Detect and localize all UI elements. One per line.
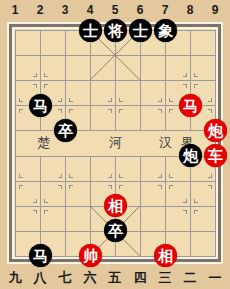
point-marker xyxy=(108,174,112,178)
file-label-top: 1 xyxy=(8,3,22,17)
point-marker xyxy=(208,174,212,178)
piece-black-horse[interactable]: 马 xyxy=(29,244,52,267)
point-marker xyxy=(169,185,173,189)
point-marker xyxy=(208,185,212,189)
point-marker xyxy=(44,210,48,214)
point-marker xyxy=(58,174,62,178)
point-marker xyxy=(69,185,73,189)
piece-black-advisor[interactable]: 士 xyxy=(129,19,152,42)
point-marker xyxy=(158,98,162,102)
rank-label-bottom: 四 xyxy=(131,270,149,285)
point-marker xyxy=(194,84,198,88)
point-marker xyxy=(183,73,187,77)
grid-line xyxy=(165,156,166,257)
piece-black-horse[interactable]: 马 xyxy=(29,94,52,117)
point-marker xyxy=(158,109,162,113)
grid-line xyxy=(165,30,166,131)
piece-red-chariot[interactable]: 车 xyxy=(204,144,227,167)
point-marker xyxy=(44,199,48,203)
point-marker xyxy=(69,98,73,102)
file-label-top: 2 xyxy=(33,3,47,17)
point-marker xyxy=(169,174,173,178)
point-marker xyxy=(119,98,123,102)
rank-label-bottom: 五 xyxy=(106,270,124,285)
file-label-top: 3 xyxy=(58,3,72,17)
point-marker xyxy=(69,109,73,113)
point-marker xyxy=(58,98,62,102)
file-label-top: 7 xyxy=(158,3,172,17)
rank-label-bottom: 九 xyxy=(6,270,24,285)
piece-black-cannon[interactable]: 炮 xyxy=(179,144,202,167)
point-marker xyxy=(58,109,62,113)
file-label-top: 9 xyxy=(208,3,222,17)
river-text-char: 楚 xyxy=(36,136,51,150)
point-marker xyxy=(208,98,212,102)
point-marker xyxy=(194,73,198,77)
point-marker xyxy=(19,98,23,102)
rank-label-bottom: 六 xyxy=(81,270,99,285)
point-marker xyxy=(33,199,37,203)
grid-line xyxy=(140,156,141,257)
grid-line xyxy=(65,156,66,257)
point-marker xyxy=(19,109,23,113)
rank-label-bottom: 一 xyxy=(206,270,224,285)
grid-line xyxy=(15,30,16,257)
point-marker xyxy=(108,185,112,189)
piece-red-elephant[interactable]: 相 xyxy=(104,194,127,217)
piece-red-elephant[interactable]: 相 xyxy=(154,244,177,267)
point-marker xyxy=(158,174,162,178)
point-marker xyxy=(158,185,162,189)
point-marker xyxy=(19,174,23,178)
point-marker xyxy=(58,185,62,189)
piece-black-general[interactable]: 将 xyxy=(104,19,127,42)
grid-line xyxy=(65,30,66,131)
file-label-top: 5 xyxy=(108,3,122,17)
point-marker xyxy=(19,185,23,189)
point-marker xyxy=(169,109,173,113)
point-marker xyxy=(44,84,48,88)
file-label-top: 8 xyxy=(183,3,197,17)
point-marker xyxy=(108,109,112,113)
rank-label-bottom: 二 xyxy=(181,270,199,285)
rank-label-bottom: 七 xyxy=(56,270,74,285)
piece-red-general[interactable]: 帅 xyxy=(79,244,102,267)
point-marker xyxy=(44,73,48,77)
point-marker xyxy=(33,84,37,88)
file-label-top: 6 xyxy=(133,3,147,17)
grid-line xyxy=(140,30,141,131)
piece-black-advisor[interactable]: 士 xyxy=(79,19,102,42)
point-marker xyxy=(208,109,212,113)
point-marker xyxy=(119,174,123,178)
piece-red-horse[interactable]: 马 xyxy=(179,94,202,117)
point-marker xyxy=(33,210,37,214)
point-marker xyxy=(169,98,173,102)
piece-black-soldier[interactable]: 卒 xyxy=(54,119,77,142)
rank-label-bottom: 八 xyxy=(31,270,49,285)
point-marker xyxy=(194,199,198,203)
point-marker xyxy=(119,109,123,113)
river-text-char: 河 xyxy=(108,136,123,150)
piece-red-cannon[interactable]: 炮 xyxy=(204,119,227,142)
piece-black-soldier[interactable]: 卒 xyxy=(104,219,127,242)
point-marker xyxy=(183,84,187,88)
grid-line xyxy=(190,156,191,257)
point-marker xyxy=(194,210,198,214)
point-marker xyxy=(119,185,123,189)
piece-black-elephant[interactable]: 象 xyxy=(154,19,177,42)
xiangqi-board-screenshot: 楚河汉界123456789九八七六五四三二一士将士象马马卒炮炮车相卒马帅相 xyxy=(0,0,230,289)
point-marker xyxy=(33,73,37,77)
point-marker xyxy=(69,174,73,178)
point-marker xyxy=(108,98,112,102)
rank-label-bottom: 三 xyxy=(156,270,174,285)
point-marker xyxy=(183,199,187,203)
river-text-char: 汉 xyxy=(158,136,173,150)
file-label-top: 4 xyxy=(83,3,97,17)
point-marker xyxy=(183,210,187,214)
grid-line xyxy=(40,156,41,257)
